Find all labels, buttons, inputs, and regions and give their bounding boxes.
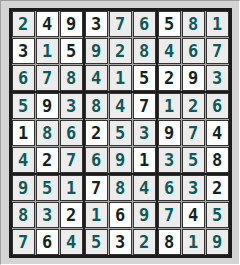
cell-r1c5[interactable]: 7	[109, 11, 132, 37]
box-2: 376928415	[85, 11, 156, 91]
cell-r7c9[interactable]: 2	[206, 175, 229, 201]
cell-r4c6[interactable]: 7	[133, 93, 156, 119]
cell-r4c8[interactable]: 2	[182, 93, 205, 119]
cell-r6c8[interactable]: 5	[182, 147, 205, 173]
cell-r5c5[interactable]: 5	[109, 120, 132, 146]
cell-r5c1[interactable]: 1	[12, 120, 35, 146]
cell-r6c6[interactable]: 1	[133, 147, 156, 173]
cell-r6c4[interactable]: 6	[85, 147, 108, 173]
sudoku-page: 2493156783769284155814672935931864278472…	[0, 0, 240, 265]
cell-r5c6[interactable]: 3	[133, 120, 156, 146]
cell-r2c4[interactable]: 9	[85, 38, 108, 64]
cell-r8c9[interactable]: 5	[206, 202, 229, 228]
box-7: 951832764	[12, 175, 83, 255]
cell-r6c7[interactable]: 3	[158, 147, 181, 173]
box-6: 126974358	[158, 93, 229, 173]
cell-r3c2[interactable]: 7	[36, 65, 59, 91]
cell-r7c5[interactable]: 8	[109, 175, 132, 201]
cell-r4c5[interactable]: 4	[109, 93, 132, 119]
cell-r1c7[interactable]: 5	[158, 11, 181, 37]
cell-r8c8[interactable]: 4	[182, 202, 205, 228]
cell-r8c2[interactable]: 3	[36, 202, 59, 228]
cell-r8c4[interactable]: 1	[85, 202, 108, 228]
cell-r9c8[interactable]: 1	[182, 229, 205, 255]
cell-r9c5[interactable]: 3	[109, 229, 132, 255]
cell-r5c3[interactable]: 6	[60, 120, 83, 146]
cell-r1c8[interactable]: 8	[182, 11, 205, 37]
cell-r3c1[interactable]: 6	[12, 65, 35, 91]
cell-r4c1[interactable]: 5	[12, 93, 35, 119]
cell-r8c7[interactable]: 7	[158, 202, 181, 228]
cell-r7c8[interactable]: 3	[182, 175, 205, 201]
cell-r5c4[interactable]: 2	[85, 120, 108, 146]
cell-r1c2[interactable]: 4	[36, 11, 59, 37]
cell-r4c3[interactable]: 3	[60, 93, 83, 119]
cell-r9c7[interactable]: 8	[158, 229, 181, 255]
cell-r7c6[interactable]: 4	[133, 175, 156, 201]
cell-r9c2[interactable]: 6	[36, 229, 59, 255]
cell-r1c4[interactable]: 3	[85, 11, 108, 37]
cell-r3c5[interactable]: 1	[109, 65, 132, 91]
cell-r5c2[interactable]: 8	[36, 120, 59, 146]
cell-r2c3[interactable]: 5	[60, 38, 83, 64]
cell-r3c7[interactable]: 2	[158, 65, 181, 91]
cell-r8c1[interactable]: 8	[12, 202, 35, 228]
cell-r9c1[interactable]: 7	[12, 229, 35, 255]
cell-r4c4[interactable]: 8	[85, 93, 108, 119]
cell-r7c1[interactable]: 9	[12, 175, 35, 201]
box-9: 632745819	[158, 175, 229, 255]
cell-r9c3[interactable]: 4	[60, 229, 83, 255]
cell-r2c5[interactable]: 2	[109, 38, 132, 64]
cell-r2c9[interactable]: 7	[206, 38, 229, 64]
cell-r3c6[interactable]: 5	[133, 65, 156, 91]
cell-r6c9[interactable]: 8	[206, 147, 229, 173]
box-5: 847253691	[85, 93, 156, 173]
cell-r4c2[interactable]: 9	[36, 93, 59, 119]
box-4: 593186427	[12, 93, 83, 173]
cell-r7c4[interactable]: 7	[85, 175, 108, 201]
cell-r2c6[interactable]: 8	[133, 38, 156, 64]
cell-r1c3[interactable]: 9	[60, 11, 83, 37]
cell-r6c5[interactable]: 9	[109, 147, 132, 173]
cell-r9c4[interactable]: 5	[85, 229, 108, 255]
cell-r8c6[interactable]: 9	[133, 202, 156, 228]
cell-r9c6[interactable]: 2	[133, 229, 156, 255]
cell-r2c1[interactable]: 3	[12, 38, 35, 64]
cell-r2c8[interactable]: 6	[182, 38, 205, 64]
cell-r3c8[interactable]: 9	[182, 65, 205, 91]
cell-r8c5[interactable]: 6	[109, 202, 132, 228]
cell-r3c9[interactable]: 3	[206, 65, 229, 91]
cell-r1c6[interactable]: 6	[133, 11, 156, 37]
sudoku-board: 2493156783769284155814672935931864278472…	[9, 8, 232, 258]
cell-r7c3[interactable]: 1	[60, 175, 83, 201]
box-1: 249315678	[12, 11, 83, 91]
cell-r5c7[interactable]: 9	[158, 120, 181, 146]
cell-r5c8[interactable]: 7	[182, 120, 205, 146]
cell-r4c9[interactable]: 6	[206, 93, 229, 119]
cell-r9c9[interactable]: 9	[206, 229, 229, 255]
box-3: 581467293	[158, 11, 229, 91]
cell-r2c2[interactable]: 1	[36, 38, 59, 64]
box-8: 784169532	[85, 175, 156, 255]
cell-r8c3[interactable]: 2	[60, 202, 83, 228]
cell-r7c7[interactable]: 6	[158, 175, 181, 201]
cell-r2c7[interactable]: 4	[158, 38, 181, 64]
cell-r1c9[interactable]: 1	[206, 11, 229, 37]
cell-r6c2[interactable]: 2	[36, 147, 59, 173]
cell-r6c1[interactable]: 4	[12, 147, 35, 173]
cell-r7c2[interactable]: 5	[36, 175, 59, 201]
cell-r6c3[interactable]: 7	[60, 147, 83, 173]
cell-r3c3[interactable]: 8	[60, 65, 83, 91]
cell-r3c4[interactable]: 4	[85, 65, 108, 91]
cell-r4c7[interactable]: 1	[158, 93, 181, 119]
cell-r5c9[interactable]: 4	[206, 120, 229, 146]
cell-r1c1[interactable]: 2	[12, 11, 35, 37]
